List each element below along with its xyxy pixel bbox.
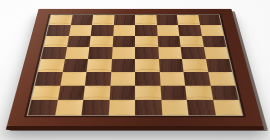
square-f6 <box>157 36 180 47</box>
square-c1 <box>81 100 109 116</box>
square-d4 <box>111 59 135 72</box>
square-e4 <box>135 59 159 72</box>
square-g4 <box>182 59 208 72</box>
chess-board <box>7 9 263 126</box>
square-h5 <box>203 47 229 59</box>
square-b4 <box>62 59 88 72</box>
square-f5 <box>158 47 182 59</box>
square-a1 <box>28 100 57 116</box>
square-b6 <box>67 36 91 47</box>
square-e3 <box>135 72 160 86</box>
square-a7 <box>46 25 70 36</box>
square-g6 <box>179 36 203 47</box>
square-c4 <box>87 59 112 72</box>
square-e5 <box>135 47 159 59</box>
square-f7 <box>157 25 180 36</box>
square-h7 <box>200 25 224 36</box>
square-a3 <box>35 72 62 86</box>
square-h8 <box>198 15 221 25</box>
square-g5 <box>181 47 206 59</box>
square-d1 <box>108 100 135 116</box>
square-e6 <box>135 36 158 47</box>
square-c2 <box>83 85 110 100</box>
square-c6 <box>89 36 112 47</box>
board-scene <box>0 0 270 140</box>
square-e7 <box>135 25 157 36</box>
square-b3 <box>60 72 87 86</box>
square-g8 <box>177 15 200 25</box>
square-h6 <box>201 36 226 47</box>
square-a5 <box>41 47 67 59</box>
square-g3 <box>183 72 210 86</box>
photo-background <box>0 0 270 140</box>
square-f4 <box>159 59 184 72</box>
square-e2 <box>135 85 161 100</box>
square-d2 <box>109 85 135 100</box>
square-d3 <box>110 72 135 86</box>
square-b1 <box>55 100 84 116</box>
square-f2 <box>160 85 187 100</box>
square-d7 <box>113 25 135 36</box>
square-h2 <box>210 85 238 100</box>
square-g7 <box>178 25 201 36</box>
square-e1 <box>135 100 162 116</box>
square-d5 <box>112 47 136 59</box>
square-h4 <box>206 59 232 72</box>
square-f3 <box>159 72 185 86</box>
square-e8 <box>135 15 157 25</box>
square-f8 <box>156 15 178 25</box>
square-g1 <box>187 100 216 116</box>
square-b7 <box>69 25 92 36</box>
square-c7 <box>91 25 114 36</box>
square-c5 <box>88 47 112 59</box>
square-b2 <box>57 85 85 100</box>
square-a8 <box>49 15 72 25</box>
square-a2 <box>31 85 59 100</box>
square-d8 <box>113 15 135 25</box>
square-d6 <box>112 36 135 47</box>
square-c8 <box>92 15 114 25</box>
square-f1 <box>161 100 189 116</box>
square-g2 <box>185 85 213 100</box>
board-grid <box>27 15 244 117</box>
square-b8 <box>70 15 93 25</box>
square-b5 <box>65 47 90 59</box>
square-c3 <box>85 72 111 86</box>
square-a6 <box>44 36 69 47</box>
square-h3 <box>208 72 235 86</box>
square-h1 <box>213 100 242 116</box>
square-a4 <box>38 59 64 72</box>
